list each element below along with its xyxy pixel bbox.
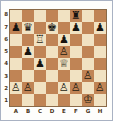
square-b2[interactable]: ♙ — [22, 82, 34, 94]
rank-label: 7 — [2, 21, 9, 33]
square-g5[interactable] — [82, 46, 94, 58]
file-label: G — [82, 109, 94, 120]
piece-white-pawn[interactable]: ♙ — [70, 82, 82, 94]
square-e1[interactable] — [58, 94, 70, 106]
square-b7[interactable]: ♛ — [22, 22, 34, 34]
piece-white-pawn[interactable]: ♙ — [22, 82, 34, 94]
rank-label: 1 — [2, 95, 9, 107]
square-d7[interactable]: ♚ — [46, 22, 58, 34]
file-label: F — [70, 109, 82, 120]
square-c3[interactable] — [34, 70, 46, 82]
square-a1[interactable] — [10, 94, 22, 106]
rank-label: 2 — [2, 83, 9, 95]
square-e8[interactable] — [58, 10, 70, 22]
square-c1[interactable] — [34, 94, 46, 106]
square-c6[interactable]: ♖ — [34, 34, 46, 46]
square-a5[interactable] — [10, 46, 22, 58]
square-g8[interactable] — [82, 10, 94, 22]
rank-label: 4 — [2, 58, 9, 70]
square-b5[interactable]: ♟ — [22, 46, 34, 58]
square-a6[interactable] — [10, 34, 22, 46]
file-label: E — [58, 109, 70, 120]
square-g1[interactable]: ♔ — [82, 94, 94, 106]
square-f7[interactable]: ♟ — [70, 22, 82, 34]
square-a2[interactable]: ♙ — [10, 82, 22, 94]
piece-black-king[interactable]: ♚ — [46, 22, 58, 34]
rank-label: 5 — [2, 46, 9, 58]
file-label: D — [46, 109, 58, 120]
square-d2[interactable] — [46, 82, 58, 94]
rank-label: 8 — [2, 9, 9, 21]
square-g6[interactable] — [82, 34, 94, 46]
file-label: H — [94, 109, 106, 120]
piece-white-pawn[interactable]: ♙ — [58, 82, 70, 94]
square-f5[interactable] — [70, 46, 82, 58]
rank-label: 3 — [2, 70, 9, 82]
piece-white-king[interactable]: ♔ — [82, 94, 94, 106]
piece-white-pawn[interactable]: ♙ — [82, 70, 94, 82]
file-labels: ABCDEFGH — [9, 107, 107, 120]
square-c2[interactable] — [34, 82, 46, 94]
square-a4[interactable] — [10, 58, 22, 70]
piece-black-pawn[interactable]: ♟ — [10, 22, 22, 34]
square-h6[interactable] — [94, 34, 106, 46]
square-d1[interactable] — [46, 94, 58, 106]
square-d5[interactable] — [46, 46, 58, 58]
square-h5[interactable] — [94, 46, 106, 58]
square-g3[interactable]: ♙ — [82, 70, 94, 82]
piece-black-pawn[interactable]: ♟ — [34, 58, 46, 70]
piece-white-queen[interactable]: ♕ — [58, 58, 70, 70]
square-h2[interactable]: ♙ — [94, 82, 106, 94]
chess-diagram: 87654321 ♜♟♛♚♟♟♖♟♟♙♟♕♙♙♙♙♙♙♔ ABCDEFGH — [0, 0, 113, 121]
square-g7[interactable] — [82, 22, 94, 34]
square-e4[interactable]: ♕ — [58, 58, 70, 70]
piece-black-pawn[interactable]: ♟ — [22, 46, 34, 58]
square-b4[interactable] — [22, 58, 34, 70]
piece-black-pawn[interactable]: ♟ — [70, 22, 82, 34]
square-d6[interactable] — [46, 34, 58, 46]
file-label: A — [10, 109, 22, 120]
square-a7[interactable]: ♟ — [10, 22, 22, 34]
square-f6[interactable] — [70, 34, 82, 46]
square-b1[interactable] — [22, 94, 34, 106]
piece-white-pawn[interactable]: ♙ — [10, 82, 22, 94]
square-f1[interactable] — [70, 94, 82, 106]
file-label: B — [22, 109, 34, 120]
square-d4[interactable] — [46, 58, 58, 70]
file-label: C — [34, 109, 46, 120]
chess-board: ♜♟♛♚♟♟♖♟♟♙♟♕♙♙♙♙♙♙♔ — [9, 9, 107, 107]
square-c4[interactable]: ♟ — [34, 58, 46, 70]
piece-white-pawn[interactable]: ♙ — [94, 82, 106, 94]
piece-black-pawn[interactable]: ♟ — [94, 22, 106, 34]
square-f2[interactable]: ♙ — [70, 82, 82, 94]
square-f4[interactable] — [70, 58, 82, 70]
piece-black-queen[interactable]: ♛ — [22, 22, 34, 34]
rank-label: 6 — [2, 34, 9, 46]
rank-labels: 87654321 — [2, 9, 9, 107]
square-h7[interactable]: ♟ — [94, 22, 106, 34]
square-e2[interactable]: ♙ — [58, 82, 70, 94]
square-h1[interactable] — [94, 94, 106, 106]
square-c8[interactable] — [34, 10, 46, 22]
square-h4[interactable] — [94, 58, 106, 70]
square-d3[interactable] — [46, 70, 58, 82]
piece-white-rook[interactable]: ♖ — [34, 34, 46, 46]
board-area: 87654321 ♜♟♛♚♟♟♖♟♟♙♟♕♙♙♙♙♙♙♔ ABCDEFGH — [2, 9, 107, 120]
